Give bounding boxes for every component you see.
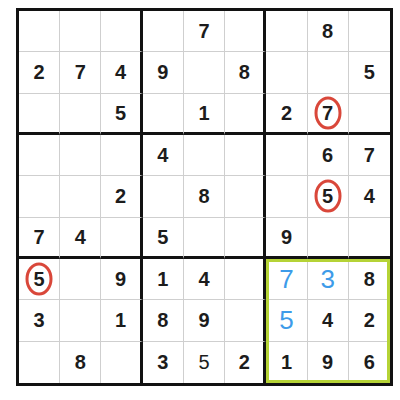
digit: 9 (281, 227, 292, 247)
cell-r8c5[interactable]: 9 (184, 300, 225, 341)
digit: 5 (364, 62, 375, 82)
cell-r6c1[interactable]: 7 (19, 218, 60, 259)
cell-r8c7[interactable]: 5 (266, 300, 307, 341)
cell-r7c5[interactable]: 4 (184, 259, 225, 300)
digit: 8 (322, 21, 333, 41)
cell-r7c4[interactable]: 1 (143, 259, 184, 300)
cell-r3c7[interactable]: 2 (266, 94, 307, 135)
cell-r2c6[interactable]: 8 (225, 52, 266, 93)
digit: 5 (115, 103, 126, 123)
cell-r8c4[interactable]: 8 (143, 300, 184, 341)
cell-r5c6[interactable] (225, 176, 266, 217)
cell-r7c2[interactable] (60, 259, 101, 300)
cell-r7c1[interactable]: 5 (19, 259, 60, 300)
digit: 7 (198, 21, 209, 41)
cell-r4c4[interactable]: 4 (143, 135, 184, 176)
cell-r3c5[interactable]: 1 (184, 94, 225, 135)
cell-r9c3[interactable] (101, 342, 142, 383)
cell-r4c3[interactable] (101, 135, 142, 176)
digit: 9 (322, 352, 333, 372)
cell-r5c2[interactable] (60, 176, 101, 217)
cell-r1c4[interactable] (143, 11, 184, 52)
cell-r7c9[interactable]: 8 (349, 259, 390, 300)
cell-r5c1[interactable] (19, 176, 60, 217)
digit: 1 (198, 103, 209, 123)
digit: 7 (364, 145, 375, 165)
cell-r7c3[interactable]: 9 (101, 259, 142, 300)
digit: 3 (34, 310, 45, 330)
sudoku-page: 7827498551274672854745959147383189542835… (0, 0, 400, 400)
digit: 5 (157, 227, 168, 247)
cell-r6c6[interactable] (225, 218, 266, 259)
digit: 3 (157, 352, 168, 372)
cell-r7c6[interactable] (225, 259, 266, 300)
cell-r1c8[interactable]: 8 (308, 11, 349, 52)
cell-r5c7[interactable] (266, 176, 307, 217)
cell-r9c4[interactable]: 3 (143, 342, 184, 383)
cell-r3c6[interactable] (225, 94, 266, 135)
cell-r3c4[interactable] (143, 94, 184, 135)
cell-r2c5[interactable] (184, 52, 225, 93)
cell-r2c2[interactable]: 7 (60, 52, 101, 93)
cell-r2c3[interactable]: 4 (101, 52, 142, 93)
cell-r6c9[interactable] (349, 218, 390, 259)
cell-r3c3[interactable]: 5 (101, 94, 142, 135)
cell-r1c3[interactable] (101, 11, 142, 52)
cell-r2c7[interactable] (266, 52, 307, 93)
cell-r8c8[interactable]: 4 (308, 300, 349, 341)
cell-r8c9[interactable]: 2 (349, 300, 390, 341)
cell-r2c8[interactable] (308, 52, 349, 93)
digit: 9 (198, 310, 209, 330)
cell-r3c9[interactable] (349, 94, 390, 135)
digit: 9 (157, 62, 168, 82)
digit: 3 (320, 266, 334, 292)
cell-r9c2[interactable]: 8 (60, 342, 101, 383)
digit: 5 (279, 307, 293, 333)
cell-r8c1[interactable]: 3 (19, 300, 60, 341)
cell-r6c2[interactable]: 4 (60, 218, 101, 259)
digit: 9 (115, 269, 126, 289)
cell-r9c8[interactable]: 9 (308, 342, 349, 383)
cell-r7c7[interactable]: 7 (266, 259, 307, 300)
cell-r4c7[interactable] (266, 135, 307, 176)
cell-r6c3[interactable] (101, 218, 142, 259)
cell-r8c2[interactable] (60, 300, 101, 341)
sudoku-board: 7827498551274672854745959147383189542835… (16, 8, 393, 386)
cell-r9c9[interactable]: 6 (349, 342, 390, 383)
cell-r5c5[interactable]: 8 (184, 176, 225, 217)
cell-r4c6[interactable] (225, 135, 266, 176)
cell-r1c5[interactable]: 7 (184, 11, 225, 52)
digit: 8 (157, 310, 168, 330)
cell-r2c1[interactable]: 2 (19, 52, 60, 93)
cell-r9c1[interactable] (19, 342, 60, 383)
cell-r9c7[interactable]: 1 (266, 342, 307, 383)
digit: 8 (198, 186, 209, 206)
cell-r2c9[interactable]: 5 (349, 52, 390, 93)
digit: 5 (198, 352, 209, 372)
cell-r3c1[interactable] (19, 94, 60, 135)
cell-r7c8[interactable]: 3 (308, 259, 349, 300)
digit: 2 (364, 310, 375, 330)
digit: 8 (239, 62, 250, 82)
cell-r5c4[interactable] (143, 176, 184, 217)
digit: 6 (364, 352, 375, 372)
cell-r5c3[interactable]: 2 (101, 176, 142, 217)
digit: 7 (279, 266, 293, 292)
cell-r1c9[interactable] (349, 11, 390, 52)
cell-r3c8[interactable]: 7 (308, 94, 349, 135)
cell-r6c7[interactable]: 9 (266, 218, 307, 259)
cell-r6c8[interactable] (308, 218, 349, 259)
digit: 5 (34, 269, 45, 289)
cell-r8c6[interactable] (225, 300, 266, 341)
digit: 4 (198, 269, 209, 289)
cell-r3c2[interactable] (60, 94, 101, 135)
digit: 1 (281, 352, 292, 372)
cell-r5c9[interactable]: 4 (349, 176, 390, 217)
digit: 7 (322, 103, 333, 123)
cell-r4c2[interactable] (60, 135, 101, 176)
cell-r1c6[interactable] (225, 11, 266, 52)
cell-r4c9[interactable]: 7 (349, 135, 390, 176)
digit: 4 (364, 186, 375, 206)
digit: 4 (322, 310, 333, 330)
cell-r2c4[interactable]: 9 (143, 52, 184, 93)
digit: 1 (157, 269, 168, 289)
digit: 2 (34, 62, 45, 82)
cell-r9c6[interactable]: 2 (225, 342, 266, 383)
digit: 8 (364, 269, 375, 289)
cell-r1c7[interactable] (266, 11, 307, 52)
cell-r4c1[interactable] (19, 135, 60, 176)
digit: 4 (75, 227, 86, 247)
digit: 8 (75, 352, 86, 372)
digit: 1 (115, 310, 126, 330)
digit: 7 (75, 62, 86, 82)
cell-r1c1[interactable] (19, 11, 60, 52)
digit: 4 (157, 145, 168, 165)
cell-r9c5[interactable]: 5 (184, 342, 225, 383)
digit: 2 (239, 352, 250, 372)
cell-r8c3[interactable]: 1 (101, 300, 142, 341)
cell-r1c2[interactable] (60, 11, 101, 52)
digit: 6 (322, 145, 333, 165)
cell-r6c4[interactable]: 5 (143, 218, 184, 259)
cell-r5c8[interactable]: 5 (308, 176, 349, 217)
digit: 2 (281, 103, 292, 123)
cell-r6c5[interactable] (184, 218, 225, 259)
cell-r4c5[interactable] (184, 135, 225, 176)
digit: 7 (34, 227, 45, 247)
digit: 4 (115, 62, 126, 82)
cell-r4c8[interactable]: 6 (308, 135, 349, 176)
digit: 2 (115, 186, 126, 206)
digit: 5 (322, 186, 333, 206)
